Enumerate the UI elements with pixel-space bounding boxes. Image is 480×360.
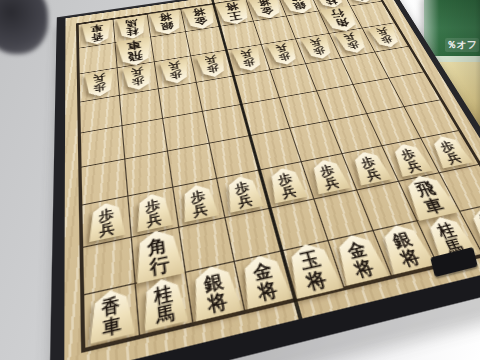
piece-kanji: 将 — [192, 7, 206, 17]
square-8i[interactable]: 桂馬 — [136, 273, 194, 336]
piece-kanji: 将 — [256, 280, 279, 303]
piece-face: 歩兵 — [85, 70, 115, 98]
piece-face: 歩兵 — [308, 157, 351, 195]
piece-kanji: 桂 — [324, 0, 339, 5]
board-wood: 香車桂馬銀将金将王将金将銀将桂馬香車飛車角行歩兵歩兵歩兵歩兵歩兵歩兵歩兵歩兵歩兵… — [49, 0, 480, 360]
piece-kanji: 馬 — [125, 18, 138, 28]
piece-face: 歩兵 — [335, 30, 370, 55]
piece-kanji: 兵 — [364, 167, 383, 182]
piece-kanji: 兵 — [131, 67, 144, 78]
photo-scene: ％オフ 香車桂馬銀将金将王将金将銀将桂馬香車飛車角行歩兵歩兵歩兵歩兵歩兵歩兵歩兵… — [0, 0, 480, 360]
piece-kanji: 将 — [206, 292, 229, 316]
piece-kanji: 兵 — [309, 38, 324, 48]
piece-face: 銀将 — [188, 261, 242, 321]
shogi-board: 香車桂馬銀将金将王将金将銀将桂馬香車飛車角行歩兵歩兵歩兵歩兵歩兵歩兵歩兵歩兵歩兵… — [50, 0, 480, 360]
piece-kanji: 将 — [352, 258, 376, 280]
piece-kanji: 行 — [149, 255, 171, 278]
piece-kanji: 兵 — [323, 176, 341, 191]
piece-kanji: 兵 — [146, 211, 163, 228]
piece-face: 歩兵 — [301, 36, 336, 61]
piece-kanji: 兵 — [192, 202, 209, 218]
piece-sente-knight[interactable]: 桂馬 — [136, 273, 194, 336]
piece-kanji: 兵 — [204, 55, 218, 65]
piece-kanji: 兵 — [342, 33, 357, 43]
piece-face: 歩兵 — [122, 64, 153, 92]
piece-kanji: 将 — [304, 269, 329, 293]
piece-face: 金将 — [183, 4, 219, 31]
piece-face: 歩兵 — [134, 191, 173, 233]
piece-kanji: 車 — [90, 23, 103, 33]
square-9i[interactable]: 香車 — [84, 284, 140, 349]
board-grid: 香車桂馬銀将金将王将金将銀将桂馬香車飛車角行歩兵歩兵歩兵歩兵歩兵歩兵歩兵歩兵歩兵… — [76, 0, 480, 353]
piece-kanji: 兵 — [240, 49, 254, 59]
piece-kanji: 兵 — [99, 221, 115, 238]
piece-face: 歩兵 — [223, 173, 264, 213]
piece-face: 香車 — [89, 286, 135, 345]
piece-face: 歩兵 — [196, 52, 229, 79]
piece-face: 歩兵 — [427, 134, 473, 169]
piece-face: 歩兵 — [232, 47, 265, 73]
piece-face: 銀将 — [149, 9, 184, 36]
piece-kanji: 兵 — [236, 193, 254, 209]
piece-kanji: 馬 — [155, 303, 176, 326]
piece-kanji: 兵 — [274, 44, 288, 54]
piece-sente-lance[interactable]: 香車 — [84, 284, 140, 349]
piece-kanji: 車 — [102, 315, 122, 339]
piece-kanji: 兵 — [375, 27, 390, 36]
piece-face: 香車 — [82, 20, 112, 46]
background-object — [0, 0, 48, 54]
piece-face: 歩兵 — [266, 165, 308, 204]
piece-kanji: 兵 — [93, 73, 106, 84]
piece-kanji: 兵 — [444, 151, 463, 165]
piece-face: 歩兵 — [367, 25, 403, 49]
piece-kanji: 車 — [126, 39, 142, 51]
piece-face: 歩兵 — [160, 58, 192, 85]
piece-kanji: 兵 — [280, 184, 298, 200]
piece-kanji: 兵 — [168, 61, 182, 72]
piece-face: 歩兵 — [88, 200, 125, 243]
piece-kanji: 将 — [398, 248, 423, 270]
piece-kanji: 将 — [158, 12, 172, 22]
piece-kanji: 行 — [329, 8, 346, 19]
piece-kanji: 将 — [224, 1, 240, 12]
piece-face: 歩兵 — [179, 182, 219, 223]
piece-kanji: 兵 — [405, 159, 424, 174]
piece-face: 桂馬 — [117, 15, 148, 41]
piece-face: 桂馬 — [140, 275, 188, 332]
piece-kanji: 車 — [422, 196, 447, 216]
piece-face: 歩兵 — [267, 41, 301, 67]
